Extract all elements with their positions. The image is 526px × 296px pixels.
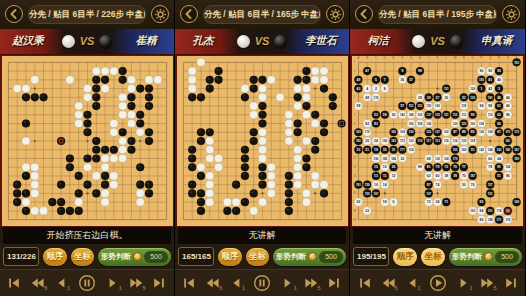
last-move-button[interactable] (505, 277, 517, 289)
move-order-button[interactable]: 顺序 (393, 248, 417, 266)
svg-text:33: 33 (357, 148, 361, 152)
svg-text:107: 107 (426, 192, 431, 196)
gear-icon (505, 8, 518, 21)
svg-text:18: 18 (383, 201, 387, 205)
svg-text:182: 182 (382, 157, 387, 161)
svg-text:117: 117 (426, 139, 431, 143)
move-order-button[interactable]: 顺序 (43, 248, 67, 266)
svg-text:153: 153 (418, 104, 423, 108)
svg-text:179: 179 (453, 157, 458, 161)
svg-text:176: 176 (374, 96, 379, 100)
svg-text:65: 65 (497, 122, 501, 126)
svg-text:77: 77 (462, 166, 466, 170)
svg-text:120: 120 (453, 122, 458, 126)
svg-text:16: 16 (353, 192, 357, 196)
svg-text:156: 156 (409, 122, 414, 126)
svg-text:89: 89 (462, 131, 466, 135)
svg-text:29: 29 (427, 96, 431, 100)
game-panel: 分先 / 贴目 6目半 / 226步 中盘胜 赵汉乘 VS (0, 0, 175, 296)
svg-text:189: 189 (514, 157, 519, 161)
svg-text:165: 165 (391, 131, 396, 135)
vs-block: VS (231, 35, 293, 48)
right-player-name: 崔精 (118, 34, 174, 48)
svg-text:F: F (401, 56, 403, 60)
step-backward-button[interactable]: 1 (406, 277, 418, 289)
settings-gear-button[interactable] (326, 5, 344, 23)
svg-text:27: 27 (436, 96, 440, 100)
svg-text:76: 76 (471, 183, 475, 187)
fast-forward-step-count: 5 (318, 285, 321, 291)
top-bar: 分先 / 贴目 6目半 / 195步 中盘胜 (350, 0, 525, 29)
svg-text:178: 178 (505, 218, 510, 222)
svg-text:112: 112 (462, 113, 467, 117)
back-button[interactable] (5, 5, 23, 23)
svg-text:98: 98 (488, 104, 492, 108)
first-move-icon (359, 277, 371, 289)
play-pause-button[interactable] (253, 274, 271, 292)
svg-text:100: 100 (479, 131, 484, 135)
svg-text:106: 106 (470, 122, 475, 126)
play-pause-icon (253, 274, 271, 292)
back-button[interactable] (180, 5, 198, 23)
svg-text:113: 113 (435, 139, 440, 143)
svg-text:30: 30 (444, 96, 448, 100)
white-stone-icon (237, 35, 250, 48)
vs-label: VS (430, 35, 445, 47)
svg-text:187: 187 (470, 174, 475, 178)
svg-text:132: 132 (409, 139, 414, 143)
svg-text:131: 131 (444, 87, 449, 91)
svg-text:11: 11 (383, 174, 387, 178)
go-board[interactable] (175, 55, 349, 227)
svg-text:147: 147 (514, 148, 519, 152)
svg-text:79: 79 (436, 166, 440, 170)
game-info-title: 分先 / 贴目 6目半 / 165步 中盘胜 (203, 5, 321, 24)
svg-text:108: 108 (479, 122, 484, 126)
svg-text:19: 19 (374, 148, 378, 152)
fast-backward-step-count: 5 (219, 285, 222, 291)
go-board[interactable] (0, 55, 174, 227)
go-board-grid[interactable] (2, 56, 173, 226)
svg-text:47: 47 (365, 69, 369, 73)
last-move-icon (328, 277, 340, 289)
svg-text:60: 60 (436, 174, 440, 178)
svg-text:191: 191 (356, 183, 361, 187)
svg-text:127: 127 (435, 131, 440, 135)
playback-bar: 5 1 (350, 269, 525, 296)
svg-text:193: 193 (514, 61, 519, 65)
back-chevron-icon (183, 8, 195, 20)
svg-text:87: 87 (453, 131, 457, 135)
svg-text:192: 192 (470, 209, 475, 213)
svg-text:173: 173 (505, 131, 510, 135)
game-info-title: 分先 / 贴目 6目半 / 226步 中盘胜 (28, 5, 146, 24)
svg-text:63: 63 (497, 113, 501, 117)
step-forward-icon (458, 277, 470, 289)
step-backward-icon (406, 277, 418, 289)
fast-forward-step-count: 5 (493, 285, 496, 291)
step-forward-button[interactable]: 1 (107, 277, 119, 289)
svg-text:66: 66 (488, 157, 492, 161)
svg-text:142: 142 (479, 148, 484, 152)
svg-text:N: N (463, 56, 465, 60)
svg-text:116: 116 (444, 139, 449, 143)
last-move-icon (153, 277, 165, 289)
step-forward-step-count: 1 (294, 285, 297, 291)
judge-label: 形势判断 (101, 252, 131, 262)
svg-text:135: 135 (470, 96, 475, 100)
right-player-name: 申真谞 (469, 34, 526, 48)
go-board[interactable]: A1B2C3D4E5F6G7H8J9K10L11M12N13O14P15Q16R… (350, 55, 525, 227)
playback-bar: 5 1 (0, 269, 174, 296)
svg-text:85: 85 (471, 131, 475, 135)
step-backward-step-count: 1 (67, 285, 70, 291)
svg-text:34: 34 (436, 201, 440, 205)
svg-text:15: 15 (374, 166, 378, 170)
fast-forward-icon (481, 277, 494, 289)
svg-text:166: 166 (382, 139, 387, 143)
svg-text:155: 155 (365, 192, 370, 196)
svg-text:5: 5 (375, 78, 377, 82)
svg-text:D: D (384, 56, 386, 60)
svg-text:36: 36 (400, 78, 404, 82)
svg-text:154: 154 (426, 122, 431, 126)
judge-cost: 500 (144, 251, 168, 263)
move-counter: 165/165 (178, 247, 214, 266)
left-player-name: 孔杰 (175, 34, 231, 48)
svg-text:74: 74 (436, 183, 440, 187)
svg-text:111: 111 (470, 148, 475, 152)
svg-text:88: 88 (418, 166, 422, 170)
fast-forward-step-count: 5 (143, 285, 146, 291)
last-move-button[interactable] (153, 277, 165, 289)
step-backward-icon (55, 277, 67, 289)
commentary-text: 开始挤压右边白棋。 (3, 227, 171, 244)
svg-text:58: 58 (357, 104, 361, 108)
first-move-button[interactable] (359, 277, 371, 289)
svg-text:9: 9 (401, 69, 403, 73)
step-backward-button[interactable]: 1 (230, 277, 242, 289)
black-stone-icon (450, 35, 463, 48)
first-move-icon (8, 277, 20, 289)
svg-text:96: 96 (506, 113, 510, 117)
svg-text:134: 134 (409, 148, 414, 152)
game-panel: 分先 / 贴目 6目半 / 195步 中盘胜 柯洁 VS (350, 0, 525, 296)
top-bar: 分先 / 贴目 6目半 / 226步 中盘胜 (0, 0, 174, 29)
fast-backward-button[interactable]: 5 (382, 277, 395, 289)
svg-text:28: 28 (418, 96, 422, 100)
svg-text:119: 119 (418, 139, 423, 143)
svg-text:20: 20 (365, 139, 369, 143)
svg-text:159: 159 (365, 183, 370, 187)
step-forward-button[interactable]: 1 (458, 277, 470, 289)
svg-text:14: 14 (353, 174, 357, 178)
position-judge-button[interactable]: 形势判断 500 (449, 248, 522, 266)
last-move-button[interactable] (328, 277, 340, 289)
svg-text:6: 6 (393, 201, 395, 205)
judge-label: 形势判断 (452, 252, 482, 262)
svg-text:97: 97 (427, 183, 431, 187)
svg-text:93: 93 (497, 69, 501, 73)
svg-text:136: 136 (435, 157, 440, 161)
svg-text:48: 48 (365, 96, 369, 100)
svg-text:170: 170 (365, 131, 370, 135)
step-forward-icon (282, 277, 294, 289)
svg-text:3: 3 (498, 87, 500, 91)
vs-label: VS (255, 35, 270, 47)
svg-text:164: 164 (400, 131, 405, 135)
fast-backward-icon (206, 277, 219, 289)
gear-icon (329, 8, 342, 21)
svg-text:22: 22 (365, 209, 369, 213)
svg-text:38: 38 (444, 174, 448, 178)
game-info-title: 分先 / 贴目 6目半 / 195步 中盘胜 (378, 5, 497, 24)
players-bar: 赵汉乘 VS 崔精 (0, 29, 174, 56)
svg-text:C: C (375, 56, 377, 60)
fast-forward-button[interactable]: 5 (130, 277, 143, 289)
svg-text:14: 14 (383, 183, 387, 187)
svg-text:68: 68 (427, 157, 431, 161)
svg-text:163: 163 (391, 139, 396, 143)
svg-text:121: 121 (444, 113, 449, 117)
first-move-button[interactable] (183, 277, 195, 289)
svg-text:A: A (357, 56, 359, 60)
play-pause-icon (78, 274, 96, 292)
svg-text:148: 148 (409, 113, 414, 117)
vs-block: VS (407, 35, 469, 48)
svg-text:H: H (419, 56, 421, 60)
back-chevron-icon (8, 8, 20, 20)
svg-text:80: 80 (480, 218, 484, 222)
svg-text:71: 71 (444, 201, 448, 205)
step-backward-button[interactable]: 1 (55, 277, 67, 289)
svg-text:32: 32 (400, 157, 404, 161)
svg-text:99: 99 (418, 69, 422, 73)
svg-text:K: K (437, 56, 439, 60)
svg-text:12: 12 (392, 174, 396, 178)
svg-text:78: 78 (488, 166, 492, 170)
play-pause-button[interactable] (429, 274, 447, 292)
back-button[interactable] (355, 5, 373, 23)
move-order-button[interactable]: 顺序 (218, 248, 242, 266)
svg-text:64: 64 (497, 157, 501, 161)
svg-text:39: 39 (453, 174, 457, 178)
fast-forward-button[interactable]: 5 (481, 277, 494, 289)
step-backward-step-count: 1 (417, 285, 420, 291)
coin-icon (484, 252, 493, 261)
svg-text:123: 123 (426, 131, 431, 135)
black-stone-icon (99, 35, 112, 48)
svg-text:169: 169 (356, 131, 361, 135)
svg-text:161: 161 (488, 209, 493, 213)
svg-text:128: 128 (470, 87, 475, 91)
settings-gear-button[interactable] (151, 5, 169, 23)
fast-backward-button[interactable]: 5 (206, 277, 219, 289)
step-forward-step-count: 1 (119, 285, 122, 291)
svg-text:E: E (393, 56, 395, 60)
svg-text:42: 42 (488, 87, 492, 91)
right-player-name: 李世石 (293, 34, 349, 48)
fast-backward-step-count: 5 (394, 285, 397, 291)
first-move-button[interactable] (8, 277, 20, 289)
svg-text:171: 171 (497, 218, 502, 222)
controls-bar: 195/195 顺序 坐标 形势判断 500 (350, 244, 525, 270)
svg-text:162: 162 (418, 113, 423, 117)
commentary-text: 无讲解 (353, 227, 522, 244)
svg-text:P: P (481, 56, 483, 60)
svg-text:62: 62 (427, 174, 431, 178)
svg-text:72: 72 (427, 201, 431, 205)
step-backward-step-count: 1 (242, 285, 245, 291)
svg-text:181: 181 (488, 96, 493, 100)
svg-text:158: 158 (418, 122, 423, 126)
coordinates-button[interactable]: 坐标 (246, 248, 270, 266)
go-board-grid[interactable] (177, 56, 348, 226)
svg-text:125: 125 (461, 122, 466, 126)
svg-text:24: 24 (374, 139, 378, 143)
svg-text:102: 102 (444, 131, 449, 135)
svg-text:S: S (507, 56, 509, 60)
svg-text:8: 8 (384, 87, 386, 91)
svg-text:137: 137 (426, 113, 431, 117)
svg-text:149: 149 (514, 201, 519, 205)
playback-bar: 5 1 (175, 269, 349, 296)
svg-text:23: 23 (462, 96, 466, 100)
fast-forward-icon (305, 277, 318, 289)
players-bar: 孔杰 VS 李世石 (175, 29, 349, 56)
play-pause-button[interactable] (78, 274, 96, 292)
settings-gear-button[interactable] (502, 5, 520, 23)
svg-text:40: 40 (497, 78, 501, 82)
game-panel: 分先 / 贴目 6目半 / 165步 中盘胜 孔杰 VS (175, 0, 350, 296)
svg-text:172: 172 (400, 139, 405, 143)
app-panels-container: 分先 / 贴目 6目半 / 226步 中盘胜 赵汉乘 VS (0, 0, 526, 296)
svg-text:7: 7 (384, 78, 386, 82)
position-judge-button[interactable]: 形势判断 500 (273, 248, 346, 266)
coin-icon (308, 252, 317, 261)
svg-text:12: 12 (353, 157, 357, 161)
fast-backward-step-count: 5 (44, 285, 47, 291)
svg-text:115: 115 (453, 113, 458, 117)
svg-text:183: 183 (479, 78, 484, 82)
judge-label: 形势判断 (276, 252, 306, 262)
move-counter: 195/195 (353, 247, 389, 266)
svg-text:37: 37 (409, 78, 413, 82)
svg-text:B: B (366, 56, 368, 60)
svg-text:81: 81 (427, 166, 431, 170)
step-backward-icon (230, 277, 242, 289)
fast-forward-button[interactable]: 5 (305, 277, 318, 289)
gear-icon (154, 8, 167, 21)
svg-text:90: 90 (480, 69, 484, 73)
coordinates-button[interactable]: 坐标 (71, 248, 95, 266)
svg-text:146: 146 (400, 113, 405, 117)
svg-text:51: 51 (497, 174, 501, 178)
svg-text:21: 21 (365, 148, 369, 152)
svg-text:124: 124 (444, 157, 449, 161)
svg-text:59: 59 (383, 113, 387, 117)
svg-text:144: 144 (488, 148, 493, 152)
judge-cost: 500 (495, 251, 519, 263)
white-stone-icon (62, 35, 75, 48)
left-player-name: 赵汉乘 (0, 34, 56, 48)
svg-text:118: 118 (462, 104, 467, 108)
svg-text:13: 13 (374, 174, 378, 178)
step-forward-button[interactable]: 1 (282, 277, 294, 289)
svg-text:49: 49 (357, 78, 361, 82)
svg-text:83: 83 (374, 122, 378, 126)
svg-text:185: 185 (356, 139, 361, 143)
svg-text:92: 92 (488, 69, 492, 73)
svg-text:141: 141 (505, 139, 510, 143)
svg-text:157: 157 (488, 183, 493, 187)
svg-text:10: 10 (374, 183, 378, 187)
svg-text:86: 86 (506, 174, 510, 178)
fast-backward-button[interactable]: 5 (31, 277, 44, 289)
svg-text:82: 82 (365, 122, 369, 126)
svg-text:73: 73 (444, 166, 448, 170)
svg-text:140: 140 (461, 148, 466, 152)
svg-text:16: 16 (383, 166, 387, 170)
svg-text:104: 104 (488, 131, 493, 135)
svg-text:177: 177 (400, 148, 405, 152)
svg-text:44: 44 (506, 96, 510, 100)
svg-text:G: G (410, 56, 412, 60)
svg-text:174: 174 (497, 209, 502, 213)
svg-text:160: 160 (435, 104, 440, 108)
svg-text:41: 41 (488, 78, 492, 82)
svg-text:188: 188 (488, 218, 493, 222)
svg-text:13: 13 (353, 165, 357, 169)
fast-backward-icon (31, 277, 44, 289)
coordinates-button[interactable]: 坐标 (421, 248, 445, 266)
fast-forward-icon (130, 277, 143, 289)
go-board-grid[interactable]: A1B2C3D4E5F6G7H8J9K10L11M12N13O14P15Q16R… (352, 56, 523, 226)
svg-text:91: 91 (497, 166, 501, 170)
step-forward-step-count: 1 (469, 285, 472, 291)
svg-text:101: 101 (488, 192, 493, 196)
svg-text:1: 1 (480, 87, 482, 91)
vs-label: VS (80, 35, 95, 47)
svg-text:175: 175 (514, 131, 519, 135)
svg-text:114: 114 (453, 139, 458, 143)
svg-text:138: 138 (470, 139, 475, 143)
white-stone-icon (412, 35, 425, 48)
svg-text:130: 130 (461, 139, 466, 143)
svg-text:105: 105 (453, 148, 458, 152)
svg-text:2: 2 (375, 87, 377, 91)
last-move-icon (505, 277, 517, 289)
svg-text:133: 133 (435, 113, 440, 117)
top-bar: 分先 / 贴目 6目半 / 165步 中盘胜 (175, 0, 349, 29)
coin-icon (133, 252, 142, 261)
svg-text:R: R (498, 56, 500, 60)
svg-text:95: 95 (471, 113, 475, 117)
svg-text:145: 145 (505, 148, 510, 152)
position-judge-button[interactable]: 形势判断 500 (98, 248, 171, 266)
svg-text:4: 4 (366, 87, 368, 91)
svg-text:57: 57 (400, 104, 404, 108)
svg-text:55: 55 (480, 201, 484, 205)
svg-text:84: 84 (480, 209, 484, 213)
black-stone-icon (274, 35, 287, 48)
svg-text:25: 25 (392, 166, 396, 170)
judge-cost: 500 (319, 251, 343, 263)
controls-bar: 165/165 顺序 坐标 形势判断 500 (175, 244, 349, 270)
svg-text:150: 150 (426, 104, 431, 108)
svg-text:70: 70 (462, 174, 466, 178)
svg-text:45: 45 (497, 96, 501, 100)
